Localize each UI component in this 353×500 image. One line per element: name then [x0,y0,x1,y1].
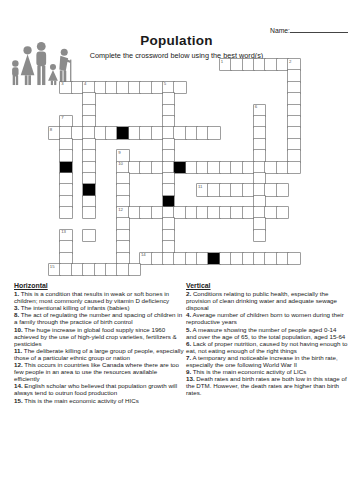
answer-cell[interactable] [197,162,208,173]
clue-number: 15 [50,264,55,269]
answer-cell[interactable]: 10 [117,162,128,173]
answer-cell[interactable] [277,253,288,264]
answer-cell[interactable] [254,218,265,229]
answer-cell[interactable] [117,196,128,207]
answer-cell[interactable] [288,139,299,150]
answer-cell[interactable] [152,207,163,218]
clue-number: 5 [164,81,166,86]
answer-cell[interactable] [83,162,94,173]
answer-cell[interactable]: 13 [60,230,71,241]
answer-cell[interactable] [83,116,94,127]
answer-cell[interactable] [83,93,94,104]
answer-cell[interactable] [117,184,128,195]
answer-cell[interactable] [106,264,117,275]
answer-cell[interactable] [117,230,128,241]
clue-item: 1. This is a condition that results in w… [14,290,184,304]
answer-cell[interactable] [254,127,265,138]
answer-cell[interactable] [243,162,254,173]
answer-cell[interactable] [231,253,242,264]
clue-item: 3. The intentional killing of infants (b… [14,304,184,311]
answer-cell[interactable] [60,139,71,150]
answer-cell[interactable] [277,207,288,218]
answer-cell[interactable] [129,127,140,138]
answer-cell[interactable] [163,173,174,184]
answer-cell[interactable] [83,139,94,150]
answer-cell[interactable] [254,173,265,184]
answer-cell[interactable] [163,127,174,138]
answer-cell[interactable] [174,127,185,138]
word-space-cell [83,184,94,195]
answer-cell[interactable] [117,241,128,252]
clue-item: 2. Conditions relating to public health,… [186,290,348,311]
answer-cell[interactable] [208,162,219,173]
answer-cell[interactable] [117,218,128,229]
answer-cell[interactable] [174,253,185,264]
clue-item: 8. The act of regulating the number and … [14,311,184,325]
answer-cell[interactable] [197,253,208,264]
clue-number: 13 [61,229,66,234]
answer-cell[interactable]: 8 [49,127,60,138]
answer-cell[interactable]: 9 [117,150,128,161]
answer-cell[interactable] [231,162,242,173]
answer-cell[interactable] [72,264,83,275]
clue-item: 14. English scholar who believed that po… [14,382,184,396]
word-space-cell [60,162,71,173]
clue-item: 7. A temporary and noticeable increase i… [186,354,348,368]
answer-cell[interactable] [117,82,128,93]
clue-number: 10 [118,161,123,166]
answer-cell[interactable] [129,207,140,218]
answer-cell[interactable]: 6 [254,105,265,116]
answer-cell[interactable] [174,82,185,93]
answer-cell[interactable] [208,207,219,218]
answer-cell[interactable] [163,241,174,252]
clue-item: 9. This is the main economic activity of… [186,368,348,375]
answer-cell[interactable] [174,207,185,218]
answer-cell[interactable] [129,82,140,93]
answer-cell[interactable] [60,184,71,195]
horizontal-clues-title: Horizontal [14,282,184,289]
answer-cell[interactable] [163,253,174,264]
answer-cell[interactable] [95,264,106,275]
answer-cell[interactable]: 2 [288,59,299,70]
answer-cell[interactable] [140,162,151,173]
answer-cell[interactable] [231,184,242,195]
answer-cell[interactable] [163,139,174,150]
answer-cell[interactable] [220,207,231,218]
answer-cell[interactable] [288,116,299,127]
answer-cell[interactable] [152,162,163,173]
clue-number: 8 [50,127,52,132]
answer-cell[interactable] [220,184,231,195]
clue-item: 10. The huge increase in global food sup… [14,326,184,347]
answer-cell[interactable] [220,253,231,264]
vertical-clues-section: Vertical 2. Conditions relating to publi… [186,282,348,397]
answer-cell[interactable] [83,264,94,275]
answer-cell[interactable] [106,127,117,138]
answer-cell[interactable] [277,184,288,195]
clue-number: 9 [118,150,120,155]
answer-cell[interactable] [60,150,71,161]
answer-cell[interactable] [152,253,163,264]
answer-cell[interactable] [288,253,299,264]
answer-cell[interactable] [288,93,299,104]
answer-cell[interactable] [254,59,265,70]
answer-cell[interactable]: 12 [117,207,128,218]
answer-cell[interactable] [197,127,208,138]
answer-cell[interactable] [254,230,265,241]
clue-number: 3 [61,81,63,86]
answer-cell[interactable] [83,196,94,207]
answer-cell[interactable] [72,127,83,138]
vertical-clues-title: Vertical [186,282,348,289]
vertical-clues-list: 2. Conditions relating to public health,… [186,290,348,396]
answer-cell[interactable] [72,82,83,93]
answer-cell[interactable] [83,150,94,161]
word-space-cell [174,162,185,173]
answer-cell[interactable] [186,253,197,264]
answer-cell[interactable] [60,253,71,264]
answer-cell[interactable]: 4 [83,82,94,93]
answer-cell[interactable] [186,207,197,218]
clue-item: 4. Average number of children born to wo… [186,311,348,325]
answer-cell[interactable] [220,162,231,173]
word-space-cell [163,196,174,207]
answer-cell[interactable] [60,127,71,138]
answer-cell[interactable] [163,218,174,229]
answer-cell[interactable] [60,196,71,207]
answer-cell[interactable] [152,82,163,93]
clue-number: 11 [198,184,202,189]
horizontal-clues-section: Horizontal 1. This is a condition that r… [14,282,184,404]
answer-cell[interactable] [152,127,163,138]
answer-cell[interactable] [265,162,276,173]
answer-cell[interactable] [208,184,219,195]
answer-cell[interactable] [288,105,299,116]
answer-cell[interactable]: 15 [49,264,60,275]
answer-cell[interactable]: 7 [60,116,71,127]
clue-item: 5. A measure showing the number of peopl… [186,326,348,340]
name-entry-line[interactable] [290,25,348,33]
answer-cell[interactable] [163,93,174,104]
answer-cell[interactable] [288,70,299,81]
answer-cell[interactable] [288,82,299,93]
answer-cell[interactable] [288,127,299,138]
clue-item: 13. Death rates and birth rates are both… [186,375,348,396]
answer-cell[interactable] [277,162,288,173]
answer-cell[interactable] [231,207,242,218]
answer-cell[interactable]: 14 [140,253,151,264]
answer-cell[interactable] [254,253,265,264]
answer-cell[interactable] [208,127,219,138]
answer-cell[interactable] [254,139,265,150]
answer-cell[interactable] [197,207,208,218]
word-space-cell [117,127,128,138]
answer-cell[interactable] [129,162,140,173]
answer-cell[interactable] [117,253,128,264]
answer-cell[interactable] [95,127,106,138]
answer-cell[interactable] [83,105,94,116]
answer-cell[interactable] [140,207,151,218]
answer-cell[interactable] [83,207,94,218]
answer-cell[interactable] [288,162,299,173]
clue-number: 12 [118,207,123,212]
answer-cell[interactable] [231,59,242,70]
answer-cell[interactable] [277,59,288,70]
answer-cell[interactable] [83,173,94,184]
horizontal-clues-list: 1. This is a condition that results in w… [14,290,184,404]
answer-cell[interactable] [163,184,174,195]
answer-cell[interactable] [265,59,276,70]
clue-number: 4 [84,81,86,86]
answer-cell[interactable] [140,82,151,93]
answer-cell[interactable]: 11 [197,184,208,195]
answer-cell[interactable] [186,127,197,138]
answer-cell[interactable] [129,264,140,275]
clue-item: 12. This occurs in countries like Canada… [14,361,184,382]
answer-cell[interactable] [254,184,265,195]
answer-cell[interactable] [243,207,254,218]
answer-cell[interactable] [163,116,174,127]
answer-cell[interactable] [60,207,71,218]
answer-cell[interactable] [265,207,276,218]
answer-cell[interactable] [83,230,94,241]
answer-cell[interactable] [163,207,174,218]
answer-cell[interactable] [83,127,94,138]
clue-number: 1 [221,59,223,64]
answer-cell[interactable] [117,173,128,184]
answer-cell[interactable]: 5 [163,82,174,93]
answer-cell[interactable] [254,150,265,161]
answer-cell[interactable] [163,230,174,241]
answer-cell[interactable] [254,162,265,173]
crossword-grid: 123456789101112131415 [49,59,300,275]
answer-cell[interactable] [288,150,299,161]
clue-number: 14 [141,252,146,257]
answer-cell[interactable] [163,150,174,161]
answer-cell[interactable] [117,264,128,275]
answer-cell[interactable] [163,162,174,173]
answer-cell[interactable] [254,116,265,127]
answer-cell[interactable] [243,253,254,264]
answer-cell[interactable] [60,173,71,184]
clue-item: 15. This is the main economic activity o… [14,397,184,404]
answer-cell[interactable] [60,241,71,252]
answer-cell[interactable]: 1 [220,59,231,70]
answer-cell[interactable] [254,196,265,207]
answer-cell[interactable]: 3 [60,82,71,93]
answer-cell[interactable] [265,184,276,195]
answer-cell[interactable] [60,264,71,275]
clue-number: 2 [289,59,291,64]
answer-cell[interactable] [95,82,106,93]
clue-item: 11. The deliberate killing of a large gr… [14,347,184,361]
answer-cell[interactable] [243,184,254,195]
clue-item: 6. Lack of proper nutrition, caused by n… [186,340,348,354]
answer-cell[interactable] [163,105,174,116]
word-space-cell [208,253,219,264]
clue-number: 6 [255,104,257,109]
answer-cell[interactable] [186,162,197,173]
answer-cell[interactable] [140,127,151,138]
answer-cell[interactable] [106,82,117,93]
answer-cell[interactable] [254,207,265,218]
clue-number: 7 [61,115,63,120]
answer-cell[interactable] [243,59,254,70]
answer-cell[interactable] [265,253,276,264]
